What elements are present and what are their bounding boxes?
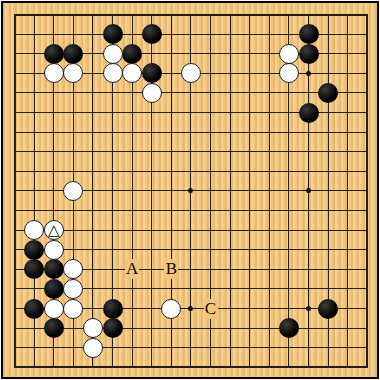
black-stone: [318, 299, 338, 319]
white-stone: [83, 318, 103, 338]
triangle-mark: △: [45, 221, 63, 239]
white-stone: [63, 259, 83, 279]
grid-line-vertical: [366, 14, 368, 369]
white-stone: [63, 181, 83, 201]
point-label-c[interactable]: C: [204, 299, 218, 319]
black-stone: [103, 318, 123, 338]
triangle-marked-white-stone: △: [44, 220, 64, 240]
go-diagram-page: △ABC: [0, 0, 380, 380]
white-stone: [44, 299, 64, 319]
point-label-b[interactable]: B: [164, 259, 178, 279]
goban[interactable]: △ABC: [1, 1, 379, 379]
white-stone: [122, 63, 142, 83]
grid-line-horizontal: [14, 230, 369, 231]
white-stone: [24, 220, 44, 240]
black-stone: [103, 299, 123, 319]
black-stone: [24, 299, 44, 319]
white-stone: [181, 63, 201, 83]
white-stone: [63, 63, 83, 83]
black-stone: [142, 24, 162, 44]
black-stone: [279, 318, 299, 338]
white-stone: [63, 299, 83, 319]
star-point: [306, 306, 311, 311]
white-stone: [63, 279, 83, 299]
black-stone: [44, 279, 64, 299]
grid-line-vertical: [230, 14, 231, 369]
black-stone: [44, 44, 64, 64]
white-stone: [279, 44, 299, 64]
star-point: [306, 71, 311, 76]
grid-line-horizontal: [14, 366, 369, 368]
grid-line-vertical: [347, 14, 348, 369]
black-stone: [24, 259, 44, 279]
white-stone: [279, 63, 299, 83]
black-stone: [318, 83, 338, 103]
black-stone: [44, 318, 64, 338]
white-stone: [44, 63, 64, 83]
black-stone: [122, 44, 142, 64]
star-point: [188, 306, 193, 311]
star-point: [306, 188, 311, 193]
white-stone: [161, 299, 181, 319]
white-stone: [142, 83, 162, 103]
grid-line-vertical: [269, 14, 270, 369]
white-stone: [44, 240, 64, 260]
black-stone: [299, 44, 319, 64]
black-stone: [299, 103, 319, 123]
black-stone: [63, 44, 83, 64]
black-stone: [142, 63, 162, 83]
grid-line-vertical: [249, 14, 250, 369]
grid-line-horizontal: [14, 210, 369, 211]
grid-line-horizontal: [14, 249, 369, 250]
black-stone: [103, 24, 123, 44]
white-stone: [103, 63, 123, 83]
black-stone: [24, 240, 44, 260]
white-stone: [103, 44, 123, 64]
grid-line-horizontal: [14, 328, 369, 329]
white-stone: [83, 338, 103, 358]
star-point: [188, 188, 193, 193]
grid-line-horizontal: [14, 347, 369, 348]
black-stone: [44, 259, 64, 279]
black-stone: [299, 24, 319, 44]
point-label-a[interactable]: A: [125, 259, 139, 279]
